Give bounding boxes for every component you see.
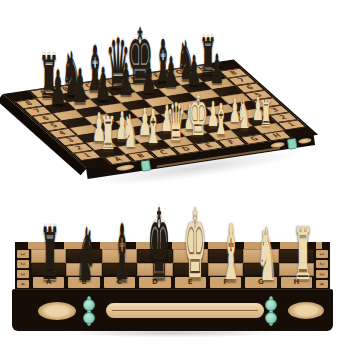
piece-white-bishop: ♝ bbox=[221, 215, 242, 291]
piece-white-king: ♚ bbox=[183, 199, 206, 294]
piece-black-knight: ♞ bbox=[76, 218, 97, 292]
piece-black-king: ♚ bbox=[147, 199, 170, 294]
closed-box-scene: ABCDEFGH 1234 1234 ♜♞♝♚♚♝♞♜ bbox=[0, 0, 350, 350]
piece-white-rook: ♜ bbox=[293, 219, 313, 291]
box-display-pieces: ♜♞♝♚♚♝♞♜ bbox=[0, 0, 350, 350]
piece-black-bishop: ♝ bbox=[112, 215, 133, 291]
chess-set-product-photo: ABCDEFGH8877665544332211ABCDEFGH ♜♞♝♚♛♝♞… bbox=[0, 0, 350, 350]
piece-black-rook: ♜ bbox=[40, 219, 60, 291]
piece-white-knight: ♞ bbox=[257, 218, 278, 292]
